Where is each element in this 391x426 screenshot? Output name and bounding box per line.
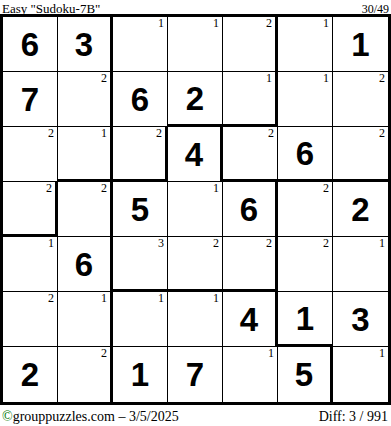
corner-mark: 2 bbox=[156, 127, 162, 140]
cell-r1c2[interactable]: 3 bbox=[58, 17, 113, 72]
cell-r7c4[interactable]: 7 bbox=[168, 347, 223, 402]
given-digit: 3 bbox=[75, 28, 93, 61]
copyright-symbol: © bbox=[2, 409, 13, 424]
given-digit: 4 bbox=[185, 138, 203, 171]
cell-r6c7[interactable]: 3 bbox=[333, 292, 388, 347]
cell-r1c7[interactable]: 1 bbox=[333, 17, 388, 72]
cell-r5c6[interactable]: 2 bbox=[278, 237, 333, 292]
header: Easy "Sudoku-7B" 30/49 bbox=[0, 0, 391, 14]
cell-r4c4[interactable]: 1 bbox=[168, 182, 223, 237]
cell-r4c1[interactable]: 2 bbox=[3, 182, 58, 237]
footer: ©grouppuzzles.com – 3/5/2025 Diff: 3 / 9… bbox=[0, 405, 391, 425]
cell-r7c6[interactable]: 5 bbox=[278, 347, 333, 402]
cell-r6c2[interactable]: 1 bbox=[58, 292, 113, 347]
given-digit: 6 bbox=[75, 248, 93, 281]
given-digit: 7 bbox=[186, 358, 204, 391]
given-digit: 1 bbox=[351, 28, 369, 61]
cell-r2c5[interactable]: 1 bbox=[223, 72, 278, 127]
cell-r6c1[interactable]: 2 bbox=[3, 292, 58, 347]
cell-r4c3[interactable]: 5 bbox=[113, 182, 168, 237]
corner-mark: 1 bbox=[268, 347, 274, 360]
corner-mark: 1 bbox=[101, 127, 107, 140]
corner-mark: 1 bbox=[101, 292, 107, 305]
corner-mark: 1 bbox=[323, 72, 329, 85]
puzzle-page: { "game": "jigsaw-sudoku-7x7", "header":… bbox=[0, 0, 391, 426]
corner-mark: 2 bbox=[379, 127, 385, 140]
cell-r4c5[interactable]: 6 bbox=[223, 182, 278, 237]
cell-r2c6[interactable]: 1 bbox=[278, 72, 333, 127]
corner-mark: 1 bbox=[323, 17, 329, 30]
given-digit: 7 bbox=[21, 83, 39, 116]
corner-mark: 2 bbox=[266, 237, 272, 250]
cell-r5c1[interactable]: 1 bbox=[3, 237, 58, 292]
given-digit: 3 bbox=[351, 303, 369, 336]
sudoku-board: 6311211726211221242622251622163222121114… bbox=[0, 14, 391, 405]
cell-r3c3[interactable]: 2 bbox=[113, 127, 168, 182]
cell-r3c7[interactable]: 2 bbox=[333, 127, 388, 182]
given-digit: 1 bbox=[131, 358, 149, 391]
corner-mark: 1 bbox=[48, 237, 54, 250]
corner-mark: 1 bbox=[213, 292, 219, 305]
cell-r2c3[interactable]: 6 bbox=[113, 72, 168, 127]
given-digit: 6 bbox=[240, 193, 258, 226]
corner-mark: 2 bbox=[48, 292, 54, 305]
cell-r4c7[interactable]: 2 bbox=[333, 182, 388, 237]
corner-mark: 1 bbox=[379, 347, 385, 360]
cell-r2c1[interactable]: 7 bbox=[3, 72, 58, 127]
cell-r2c2[interactable]: 2 bbox=[58, 72, 113, 127]
cell-r3c4[interactable]: 4 bbox=[168, 127, 223, 182]
corner-mark: 2 bbox=[101, 72, 107, 85]
cell-r7c5[interactable]: 1 bbox=[223, 347, 278, 402]
corner-mark: 3 bbox=[158, 237, 164, 250]
cell-r2c7[interactable]: 2 bbox=[333, 72, 388, 127]
cell-r1c5[interactable]: 2 bbox=[223, 17, 278, 72]
given-digit: 4 bbox=[240, 303, 258, 336]
corner-mark: 2 bbox=[101, 182, 107, 195]
cell-r5c3[interactable]: 3 bbox=[113, 237, 168, 292]
given-digit: 2 bbox=[21, 358, 39, 391]
cell-r5c7[interactable]: 1 bbox=[333, 237, 388, 292]
cell-r5c2[interactable]: 6 bbox=[58, 237, 113, 292]
cell-r5c5[interactable]: 2 bbox=[223, 237, 278, 292]
cell-r4c6[interactable]: 2 bbox=[278, 182, 333, 237]
corner-mark: 1 bbox=[158, 292, 164, 305]
difficulty-label: Diff: 3 / 991 bbox=[319, 409, 388, 425]
corner-mark: 2 bbox=[323, 182, 329, 195]
given-digit: 1 bbox=[296, 302, 314, 335]
corner-mark: 2 bbox=[266, 17, 272, 30]
cell-r6c4[interactable]: 1 bbox=[168, 292, 223, 347]
given-digit: 6 bbox=[131, 83, 149, 116]
given-digit: 2 bbox=[186, 82, 204, 115]
corner-mark: 2 bbox=[48, 127, 54, 140]
corner-mark: 1 bbox=[379, 237, 385, 250]
cell-r7c1[interactable]: 2 bbox=[3, 347, 58, 402]
cell-r1c3[interactable]: 1 bbox=[113, 17, 168, 72]
given-digit: 5 bbox=[131, 193, 149, 226]
cell-r7c7[interactable]: 1 bbox=[333, 347, 388, 402]
corner-mark: 1 bbox=[213, 17, 219, 30]
corner-mark: 2 bbox=[213, 237, 219, 250]
cell-r1c4[interactable]: 1 bbox=[168, 17, 223, 72]
cell-r3c5[interactable]: 2 bbox=[223, 127, 278, 182]
cell-r3c2[interactable]: 1 bbox=[58, 127, 113, 182]
corner-mark: 1 bbox=[266, 72, 272, 85]
cell-r1c1[interactable]: 6 bbox=[3, 17, 58, 72]
corner-mark: 2 bbox=[323, 237, 329, 250]
corner-mark: 1 bbox=[213, 182, 219, 195]
cell-r1c6[interactable]: 1 bbox=[278, 17, 333, 72]
site-and-date: grouppuzzles.com – 3/5/2025 bbox=[13, 409, 179, 424]
given-digit: 5 bbox=[295, 358, 313, 391]
cell-r3c1[interactable]: 2 bbox=[3, 127, 58, 182]
copyright-line: ©grouppuzzles.com – 3/5/2025 bbox=[2, 409, 179, 425]
given-digit: 6 bbox=[21, 28, 39, 61]
puzzle-counter: 30/49 bbox=[362, 2, 389, 17]
given-digit: 6 bbox=[296, 137, 314, 170]
cell-r3c6[interactable]: 6 bbox=[278, 127, 333, 182]
puzzle-title: Easy "Sudoku-7B" bbox=[2, 1, 100, 17]
cell-r4c2[interactable]: 2 bbox=[58, 182, 113, 237]
cell-r7c3[interactable]: 1 bbox=[113, 347, 168, 402]
cell-r7c2[interactable]: 2 bbox=[58, 347, 113, 402]
corner-mark: 2 bbox=[379, 72, 385, 85]
corner-mark: 2 bbox=[268, 127, 274, 140]
cell-r5c4[interactable]: 2 bbox=[168, 237, 223, 292]
cell-r2c4[interactable]: 2 bbox=[168, 72, 223, 127]
corner-mark: 2 bbox=[101, 347, 107, 360]
cell-r6c6[interactable]: 1 bbox=[278, 292, 333, 347]
corner-mark: 1 bbox=[158, 17, 164, 30]
corner-mark: 2 bbox=[46, 182, 52, 195]
given-digit: 2 bbox=[351, 193, 369, 226]
cell-r6c3[interactable]: 1 bbox=[113, 292, 168, 347]
cell-r6c5[interactable]: 4 bbox=[223, 292, 278, 347]
